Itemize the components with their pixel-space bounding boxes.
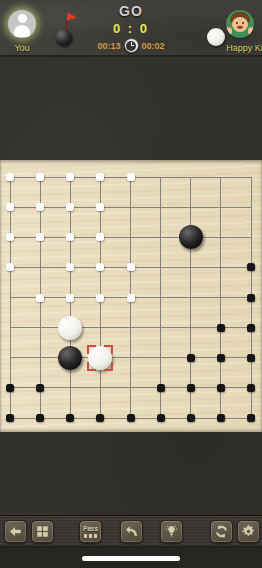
pass-dots-icon [84, 534, 98, 538]
territory-marker-white [66, 233, 74, 241]
gear-icon [241, 524, 256, 539]
grid-icon [35, 524, 50, 539]
pass-button[interactable]: Pass [79, 520, 102, 543]
territory-marker-white [66, 263, 74, 271]
territory-marker-black [6, 414, 14, 422]
territory-marker-white [66, 203, 74, 211]
stone-black [58, 346, 82, 370]
stone-black [179, 225, 203, 249]
territory-marker-black [66, 414, 74, 422]
person-icon [18, 14, 27, 23]
back-button[interactable] [4, 520, 27, 543]
territory-marker-white [6, 233, 14, 241]
territory-marker-black [247, 414, 255, 422]
territory-marker-white [66, 294, 74, 302]
grid-line-horizontal [10, 357, 251, 358]
timer-right: 00:02 [142, 41, 165, 51]
grid-line-vertical [190, 177, 191, 418]
last-move-corner [104, 345, 113, 354]
territory-marker-white [36, 203, 44, 211]
territory-marker-black [247, 294, 255, 302]
pass-label: Pass [83, 526, 98, 533]
phone-screen: GO 0 : 0 00:13 00:02 You [0, 0, 262, 568]
score-right: 0 [140, 21, 149, 36]
avatar-eye [236, 22, 238, 24]
avatar-hand [226, 27, 232, 35]
territory-marker-black [36, 384, 44, 392]
pass-icon: Pass [83, 526, 98, 538]
grid-line-horizontal [10, 327, 251, 328]
territory-marker-white [36, 173, 44, 181]
stone-white [58, 316, 82, 340]
grid-line-vertical [160, 177, 161, 418]
last-move-marker [87, 345, 113, 371]
territory-marker-black [217, 324, 225, 332]
clock-hand-hour [131, 45, 135, 46]
opponent-avatar [226, 10, 254, 38]
territory-marker-white [127, 173, 135, 181]
grid-line-horizontal [10, 387, 251, 388]
home-indicator[interactable] [82, 556, 180, 561]
territory-marker-black [247, 354, 255, 362]
clock-icon [124, 38, 139, 53]
territory-marker-white [66, 173, 74, 181]
territory-marker-black [127, 414, 135, 422]
opponent-name-label: Happy Kid [207, 43, 262, 53]
person-body-icon [14, 25, 30, 37]
player-right: Happy Kid [226, 10, 254, 38]
score-separator: : [128, 21, 134, 36]
restart-button[interactable] [210, 520, 233, 543]
refresh-icon [214, 524, 229, 539]
lightbulb-icon [164, 524, 179, 539]
territory-marker-black [247, 263, 255, 271]
go-board[interactable] [0, 160, 262, 432]
territory-marker-white [127, 294, 135, 302]
territory-marker-black [187, 414, 195, 422]
territory-marker-white [127, 263, 135, 271]
territory-marker-black [217, 384, 225, 392]
player-left: You [8, 10, 36, 38]
territory-marker-black [247, 324, 255, 332]
territory-marker-white [96, 203, 104, 211]
territory-marker-black [157, 414, 165, 422]
territory-marker-white [36, 294, 44, 302]
games-button[interactable] [31, 520, 54, 543]
territory-marker-black [217, 354, 225, 362]
territory-marker-white [96, 233, 104, 241]
last-move-corner [87, 362, 96, 371]
toolbar: Pass [0, 515, 262, 547]
hint-button[interactable] [160, 520, 183, 543]
territory-marker-white [6, 173, 14, 181]
territory-marker-black [96, 414, 104, 422]
settings-button[interactable] [237, 520, 260, 543]
territory-marker-white [6, 263, 14, 271]
undo-arrow-icon [124, 524, 139, 539]
territory-marker-black [36, 414, 44, 422]
you-name-label: You [0, 43, 62, 53]
territory-marker-black [187, 354, 195, 362]
territory-marker-black [6, 384, 14, 392]
avatar-face [232, 17, 248, 32]
territory-marker-white [6, 203, 14, 211]
grid-line-vertical [220, 177, 221, 418]
arrow-left-icon [8, 524, 23, 539]
territory-marker-white [96, 263, 104, 271]
header: GO 0 : 0 00:13 00:02 You [0, 0, 262, 57]
you-avatar [8, 10, 36, 38]
last-move-corner [87, 345, 96, 354]
avatar-hand [248, 27, 254, 35]
territory-marker-black [217, 414, 225, 422]
territory-marker-white [96, 294, 104, 302]
territory-marker-black [187, 384, 195, 392]
score-left: 0 [113, 21, 122, 36]
undo-button[interactable] [120, 520, 143, 543]
territory-marker-white [96, 173, 104, 181]
territory-marker-black [157, 384, 165, 392]
page-title: GO [0, 3, 262, 19]
territory-marker-white [36, 233, 44, 241]
turn-flag-icon [67, 12, 78, 21]
timer-left: 00:13 [97, 41, 120, 51]
last-move-corner [104, 362, 113, 371]
avatar-eye [242, 22, 244, 24]
territory-marker-black [247, 384, 255, 392]
